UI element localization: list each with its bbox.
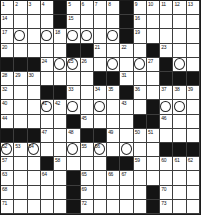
cell-r5-c4[interactable]: 24	[41, 58, 54, 72]
clue-number: 22	[121, 44, 126, 50]
cell-r10-c14[interactable]	[173, 129, 186, 143]
black-cell-r5-c1	[1, 58, 14, 72]
black-cell-r11-c14	[173, 143, 186, 157]
cell-r7-c2[interactable]	[14, 86, 27, 100]
clue-number: 41	[42, 100, 47, 106]
cell-r2-c13[interactable]	[160, 15, 173, 29]
clue-number: 47	[42, 129, 47, 135]
clue-number: 73	[161, 200, 166, 206]
cell-r4-c10[interactable]: 22	[120, 44, 133, 58]
cell-r2-c4[interactable]	[41, 15, 54, 29]
cell-r14-c3[interactable]	[28, 186, 41, 200]
clue-number: 53	[15, 143, 20, 149]
cell-r8-c11[interactable]	[134, 100, 147, 114]
clue-number: 15	[68, 15, 73, 21]
black-cell-r2-c10	[120, 15, 133, 29]
cell-r7-c11[interactable]: 36	[134, 86, 147, 100]
black-cell-r1-c10	[120, 1, 133, 15]
cell-r5-c7[interactable]: 26	[81, 58, 94, 72]
cell-r6-c3[interactable]: 30	[28, 72, 41, 86]
cell-r2-c14[interactable]	[173, 15, 186, 29]
clue-number: 23	[161, 44, 166, 50]
cell-r8-c5[interactable]: 42	[54, 100, 67, 114]
black-cell-r9-c6	[67, 115, 80, 129]
cell-r6-c11[interactable]	[134, 72, 147, 86]
clue-number: 45	[82, 115, 87, 121]
black-cell-r10-c2	[14, 129, 27, 143]
cell-r8-c3[interactable]	[28, 100, 41, 114]
cell-r2-c8[interactable]	[94, 15, 107, 29]
cell-r3-c7[interactable]	[81, 29, 94, 43]
clue-number: 6	[82, 1, 84, 7]
clue-number: 1	[2, 1, 4, 7]
cell-r15-c9[interactable]	[107, 200, 120, 214]
clue-number: 62	[188, 157, 193, 163]
cell-r5-c6[interactable]: 25	[67, 58, 80, 72]
cell-r9-c4[interactable]	[41, 115, 54, 129]
cell-r10-c11[interactable]: 50	[134, 129, 147, 143]
circle-mark	[41, 30, 52, 42]
cell-r15-c1[interactable]: 71	[1, 200, 14, 214]
cell-r14-c14[interactable]	[173, 186, 186, 200]
black-cell-r15-c6	[67, 200, 80, 214]
cell-r4-c14[interactable]	[173, 44, 186, 58]
cell-r2-c9[interactable]	[107, 15, 120, 29]
clue-number: 9	[135, 1, 137, 7]
cell-r11-c3[interactable]: 54	[28, 143, 41, 157]
clue-number: 2	[15, 1, 17, 7]
cell-r8-c10[interactable]: 43	[120, 100, 133, 114]
cell-r1-c9[interactable]: 8	[107, 1, 120, 15]
clue-number: 52	[2, 143, 7, 149]
cell-r4-c11[interactable]	[134, 44, 147, 58]
black-cell-r6-c13	[160, 72, 173, 86]
cell-r12-c15[interactable]: 62	[187, 157, 200, 171]
black-cell-r11-c15	[187, 143, 200, 157]
clue-number: 28	[2, 72, 7, 78]
clue-number: 48	[68, 129, 73, 135]
clue-number: 3	[29, 1, 31, 7]
clue-number: 44	[2, 115, 7, 121]
clue-number: 24	[42, 58, 47, 64]
circle-mark	[67, 30, 78, 42]
black-cell-r5-c13	[160, 58, 173, 72]
cell-r14-c10[interactable]	[120, 186, 133, 200]
cell-r2-c1[interactable]: 14	[1, 15, 14, 29]
cell-r12-c5[interactable]: 58	[54, 157, 67, 171]
circle-mark	[134, 58, 145, 70]
cell-r3-c1[interactable]: 17	[1, 29, 14, 43]
cell-r7-c8[interactable]: 34	[94, 86, 107, 100]
clue-number: 7	[95, 1, 97, 7]
cell-r4-c13[interactable]: 23	[160, 44, 173, 58]
clue-number: 68	[2, 186, 7, 192]
circle-mark	[174, 58, 185, 70]
cell-r13-c12[interactable]	[147, 171, 160, 185]
cell-r14-c4[interactable]	[41, 186, 54, 200]
cell-r4-c15[interactable]	[187, 44, 200, 58]
cell-r9-c3[interactable]	[28, 115, 41, 129]
black-cell-r1-c5	[54, 1, 67, 15]
clue-number: 37	[161, 86, 166, 92]
cell-r11-c5[interactable]	[54, 143, 67, 157]
cell-r4-c1[interactable]: 20	[1, 44, 14, 58]
cell-r15-c7[interactable]: 72	[81, 200, 94, 214]
clue-number: 71	[2, 200, 7, 206]
cell-r10-c15[interactable]	[187, 129, 200, 143]
clue-number: 14	[2, 15, 7, 21]
cell-r11-c8[interactable]: 56	[94, 143, 107, 157]
black-cell-r5-c2	[14, 58, 27, 72]
cell-r13-c14[interactable]	[173, 171, 186, 185]
cell-r4-c5[interactable]	[54, 44, 67, 58]
cell-r7-c6[interactable]: 33	[67, 86, 80, 100]
circle-mark	[67, 101, 78, 113]
cell-r3-c14[interactable]	[173, 29, 186, 43]
clue-number: 26	[82, 58, 87, 64]
cell-r7-c15[interactable]: 39	[187, 86, 200, 100]
cell-r9-c8[interactable]	[94, 115, 107, 129]
clue-number: 57	[2, 157, 7, 163]
clue-number: 36	[135, 86, 140, 92]
clue-number: 27	[148, 58, 153, 64]
clue-number: 13	[188, 1, 193, 7]
cell-r13-c2[interactable]	[14, 171, 27, 185]
cell-r1-c6[interactable]: 5	[67, 1, 80, 15]
cell-r2-c6[interactable]: 15	[67, 15, 80, 29]
cell-r15-c3[interactable]	[28, 200, 41, 214]
black-cell-r4-c7	[81, 44, 94, 58]
cell-r6-c10[interactable]: 31	[120, 72, 133, 86]
cell-r15-c4[interactable]	[41, 200, 54, 214]
black-cell-r7-c5	[54, 86, 67, 100]
cell-r12-c6[interactable]	[67, 157, 80, 171]
clue-number: 29	[15, 72, 20, 78]
cell-r9-c2[interactable]	[14, 115, 27, 129]
cell-r9-c13[interactable]: 46	[160, 115, 173, 129]
crossword-page: 1234567891011121314151617181920212223242…	[0, 0, 201, 215]
circle-mark	[81, 30, 92, 42]
cell-r13-c13[interactable]	[160, 171, 173, 185]
cell-r9-c9[interactable]	[107, 115, 120, 129]
clue-number: 50	[135, 129, 140, 135]
cell-r12-c2[interactable]	[14, 157, 27, 171]
circle-mark	[94, 101, 105, 113]
cell-r8-c13[interactable]	[160, 100, 173, 114]
black-cell-r8-c12	[147, 100, 160, 114]
cell-r5-c11[interactable]	[134, 58, 147, 72]
cell-r6-c12[interactable]	[147, 72, 160, 86]
cell-r2-c11[interactable]: 16	[134, 15, 147, 29]
cell-r12-c1[interactable]: 57	[1, 157, 14, 171]
cell-r11-c9[interactable]	[107, 143, 120, 157]
clue-number: 42	[55, 100, 60, 106]
cell-r10-c4[interactable]: 47	[41, 129, 54, 143]
cell-r11-c4[interactable]	[41, 143, 54, 157]
cell-r13-c9[interactable]: 66	[107, 171, 120, 185]
clue-number: 38	[174, 86, 179, 92]
cell-r6-c1[interactable]: 28	[1, 72, 14, 86]
clue-number: 72	[82, 200, 87, 206]
cell-r13-c5[interactable]	[54, 171, 67, 185]
cell-r6-c2[interactable]: 29	[14, 72, 27, 86]
clue-number: 32	[2, 86, 7, 92]
cell-r9-c10[interactable]	[120, 115, 133, 129]
cell-r8-c7[interactable]	[81, 100, 94, 114]
cell-r15-c8[interactable]	[94, 200, 107, 214]
circle-mark	[121, 143, 132, 155]
cell-r2-c3[interactable]	[28, 15, 41, 29]
cell-r10-c10[interactable]	[120, 129, 133, 143]
cell-r11-c11[interactable]	[134, 143, 147, 157]
circle-mark	[107, 58, 118, 70]
cell-r3-c9[interactable]	[107, 29, 120, 43]
black-cell-r10-c8	[94, 129, 107, 143]
cell-r1-c14[interactable]: 12	[173, 1, 186, 15]
clue-number: 49	[108, 129, 113, 135]
cell-r3-c15[interactable]	[187, 29, 200, 43]
cell-r14-c9[interactable]	[107, 186, 120, 200]
cell-r8-c8[interactable]	[94, 100, 107, 114]
black-cell-r2-c5	[54, 15, 67, 29]
black-cell-r12-c4	[41, 157, 54, 171]
cell-r7-c12[interactable]	[147, 86, 160, 100]
cell-r12-c8[interactable]	[94, 157, 107, 171]
black-cell-r10-c7	[81, 129, 94, 143]
cell-r12-c14[interactable]: 61	[173, 157, 186, 171]
cell-r15-c13[interactable]: 73	[160, 200, 173, 214]
black-cell-r13-c6	[67, 171, 80, 185]
cell-r8-c9[interactable]	[107, 100, 120, 114]
cell-r3-c13[interactable]	[160, 29, 173, 43]
cell-r9-c5[interactable]	[54, 115, 67, 129]
black-cell-r14-c6	[67, 186, 80, 200]
clue-number: 39	[188, 86, 193, 92]
cell-r10-c5[interactable]	[54, 129, 67, 143]
cell-r4-c9[interactable]	[107, 44, 120, 58]
cell-r15-c11[interactable]	[134, 200, 147, 214]
cell-r12-c13[interactable]: 60	[160, 157, 173, 171]
cell-r15-c15[interactable]	[187, 200, 200, 214]
clue-number: 55	[82, 143, 87, 149]
cell-r1-c2[interactable]: 2	[14, 1, 27, 15]
clue-number: 16	[135, 15, 140, 21]
black-cell-r6-c15	[187, 72, 200, 86]
cell-r7-c14[interactable]: 38	[173, 86, 186, 100]
clue-number: 59	[135, 157, 140, 163]
cell-r13-c15[interactable]	[187, 171, 200, 185]
cell-r1-c3[interactable]: 3	[28, 1, 41, 15]
cell-r14-c15[interactable]	[187, 186, 200, 200]
cell-r15-c2[interactable]	[14, 200, 27, 214]
cell-r1-c11[interactable]: 9	[134, 1, 147, 15]
clue-number: 64	[42, 171, 47, 177]
circle-mark	[54, 58, 65, 70]
cell-r13-c11[interactable]	[134, 171, 147, 185]
cell-r1-c13[interactable]: 11	[160, 1, 173, 15]
cell-r2-c15[interactable]	[187, 15, 200, 29]
cell-r7-c9[interactable]: 35	[107, 86, 120, 100]
cell-r13-c10[interactable]: 67	[120, 171, 133, 185]
clue-number: 31	[121, 72, 126, 78]
clue-number: 30	[29, 72, 34, 78]
clue-number: 70	[161, 186, 166, 192]
cell-r11-c7[interactable]: 55	[81, 143, 94, 157]
clue-number: 54	[29, 143, 34, 149]
cell-r4-c8[interactable]: 21	[94, 44, 107, 58]
cell-r12-c7[interactable]	[81, 157, 94, 171]
clue-number: 58	[55, 157, 60, 163]
cell-r13-c7[interactable]: 65	[81, 171, 94, 185]
black-cell-r14-c12	[147, 186, 160, 200]
black-cell-r5-c3	[28, 58, 41, 72]
clue-number: 33	[68, 86, 73, 92]
cell-r1-c8[interactable]: 7	[94, 1, 107, 15]
black-cell-r11-c13	[160, 143, 173, 157]
black-cell-r12-c9	[107, 157, 120, 171]
cell-r4-c2[interactable]	[14, 44, 27, 58]
cell-r7-c1[interactable]: 32	[1, 86, 14, 100]
black-cell-r10-c1	[1, 129, 14, 143]
cell-r11-c1[interactable]: 52	[1, 143, 14, 157]
cell-r4-c3[interactable]	[28, 44, 41, 58]
cell-r7-c7[interactable]	[81, 86, 94, 100]
cell-r14-c13[interactable]: 70	[160, 186, 173, 200]
clue-number: 17	[2, 29, 7, 35]
cell-r8-c14[interactable]	[173, 100, 186, 114]
cell-r14-c8[interactable]	[94, 186, 107, 200]
clue-number: 60	[161, 157, 166, 163]
cell-r12-c11[interactable]: 59	[134, 157, 147, 171]
cell-r11-c2[interactable]: 53	[14, 143, 27, 157]
cell-r11-c12[interactable]	[147, 143, 160, 157]
cell-r3-c3[interactable]	[28, 29, 41, 43]
cell-r5-c8[interactable]	[94, 58, 107, 72]
cell-r2-c2[interactable]	[14, 15, 27, 29]
cell-r11-c10[interactable]	[120, 143, 133, 157]
cell-r15-c10[interactable]	[120, 200, 133, 214]
cell-r14-c1[interactable]: 68	[1, 186, 14, 200]
cell-r10-c12[interactable]: 51	[147, 129, 160, 143]
clue-number: 8	[108, 1, 110, 7]
clue-number: 11	[161, 1, 166, 7]
cell-r3-c2[interactable]	[14, 29, 27, 43]
cell-r12-c3[interactable]	[28, 157, 41, 171]
cell-r7-c3[interactable]	[28, 86, 41, 100]
cell-r14-c5[interactable]	[54, 186, 67, 200]
circle-mark	[14, 30, 25, 42]
cell-r9-c14[interactable]	[173, 115, 186, 129]
cell-r8-c6[interactable]	[67, 100, 80, 114]
crossword-board: 1234567891011121314151617181920212223242…	[0, 0, 201, 215]
cell-r8-c4[interactable]: 41	[41, 100, 54, 114]
circle-mark	[67, 143, 78, 155]
cell-r4-c4[interactable]	[41, 44, 54, 58]
cell-r5-c5[interactable]	[54, 58, 67, 72]
clue-number: 66	[108, 171, 113, 177]
clue-number: 69	[82, 186, 87, 192]
cell-r14-c11[interactable]	[134, 186, 147, 200]
clue-number: 65	[82, 171, 87, 177]
clue-number: 61	[174, 157, 179, 163]
black-cell-r9-c12	[147, 115, 160, 129]
cell-r1-c7[interactable]: 6	[81, 1, 94, 15]
cell-r3-c8[interactable]	[94, 29, 107, 43]
cell-r9-c7[interactable]: 45	[81, 115, 94, 129]
cell-r6-c7[interactable]	[81, 72, 94, 86]
cell-r3-c6[interactable]	[67, 29, 80, 43]
black-cell-r12-c10	[120, 157, 133, 171]
cell-r3-c5[interactable]: 18	[54, 29, 67, 43]
cell-r10-c13[interactable]	[160, 129, 173, 143]
cell-r3-c11[interactable]: 19	[134, 29, 147, 43]
circle-mark	[160, 101, 171, 113]
cell-r5-c14[interactable]	[173, 58, 186, 72]
cell-r8-c15[interactable]	[187, 100, 200, 114]
circle-mark	[174, 101, 185, 113]
black-cell-r7-c4	[41, 86, 54, 100]
cell-r14-c7[interactable]: 69	[81, 186, 94, 200]
clue-number: 19	[135, 29, 140, 35]
cell-r1-c15[interactable]: 13	[187, 1, 200, 15]
cell-r13-c4[interactable]: 64	[41, 171, 54, 185]
cell-r13-c1[interactable]: 63	[1, 171, 14, 185]
cell-r9-c1[interactable]: 44	[1, 115, 14, 129]
cell-r7-c13[interactable]: 37	[160, 86, 173, 100]
cell-r13-c3[interactable]	[28, 171, 41, 185]
black-cell-r9-c11	[134, 115, 147, 129]
clue-number: 34	[95, 86, 100, 92]
cell-r3-c4[interactable]	[41, 29, 54, 43]
cell-r8-c2[interactable]	[14, 100, 27, 114]
cell-r14-c2[interactable]	[14, 186, 27, 200]
cell-r13-c8[interactable]	[94, 171, 107, 185]
cell-r1-c4[interactable]: 4	[41, 1, 54, 15]
circle-mark	[107, 30, 118, 42]
cell-r10-c6[interactable]: 48	[67, 129, 80, 143]
cell-r6-c4[interactable]	[41, 72, 54, 86]
clue-number: 25	[68, 58, 73, 64]
cell-r9-c15[interactable]	[187, 115, 200, 129]
cell-r15-c5[interactable]	[54, 200, 67, 214]
cell-r5-c10[interactable]	[120, 58, 133, 72]
cell-r1-c1[interactable]: 1	[1, 1, 14, 15]
cell-r6-c6[interactable]	[67, 72, 80, 86]
cell-r6-c5[interactable]	[54, 72, 67, 86]
black-cell-r15-c12	[147, 200, 160, 214]
cell-r10-c9[interactable]: 49	[107, 129, 120, 143]
clue-number: 12	[174, 1, 179, 7]
clue-number: 5	[68, 1, 70, 7]
cell-r5-c15[interactable]	[187, 58, 200, 72]
clue-number: 46	[161, 115, 166, 121]
cell-r2-c12[interactable]	[147, 15, 160, 29]
cell-r1-c12[interactable]: 10	[147, 1, 160, 15]
cell-r2-c7[interactable]	[81, 15, 94, 29]
cell-r8-c1[interactable]: 40	[1, 100, 14, 114]
clue-number: 51	[148, 129, 153, 135]
cell-r15-c14[interactable]	[173, 200, 186, 214]
black-cell-r3-c10	[120, 29, 133, 43]
cell-r3-c12[interactable]	[147, 29, 160, 43]
black-cell-r4-c6	[67, 44, 80, 58]
cell-r5-c12[interactable]: 27	[147, 58, 160, 72]
cell-r12-c12[interactable]	[147, 157, 160, 171]
cell-r5-c9[interactable]	[107, 58, 120, 72]
black-cell-r10-c3	[28, 129, 41, 143]
cell-r11-c6[interactable]	[67, 143, 80, 157]
clue-number: 4	[42, 1, 44, 7]
